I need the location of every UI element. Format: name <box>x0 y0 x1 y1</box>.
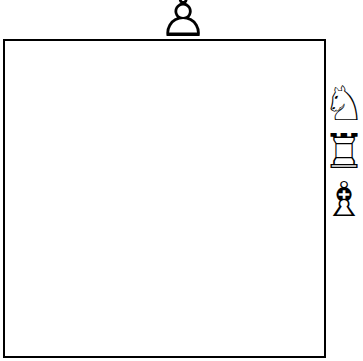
hand-tray-right: ♘ ♖ ♗ <box>325 80 363 199</box>
white-rook[interactable]: ♖ <box>322 127 363 175</box>
hand-slot-rank-5: ♗ <box>325 176 363 224</box>
chess-board <box>3 39 326 358</box>
hand-slot-rank-6: ♖ <box>325 128 363 176</box>
white-knight[interactable]: ♘ <box>322 79 363 127</box>
hand-slot-rank-7: ♘ <box>325 80 363 128</box>
white-bishop[interactable]: ♗ <box>322 175 363 223</box>
chess-diagram: ♙ ♘ ♖ ♗ <box>0 0 363 361</box>
hand-slot-top-e-file: ♙ <box>161 0 205 38</box>
